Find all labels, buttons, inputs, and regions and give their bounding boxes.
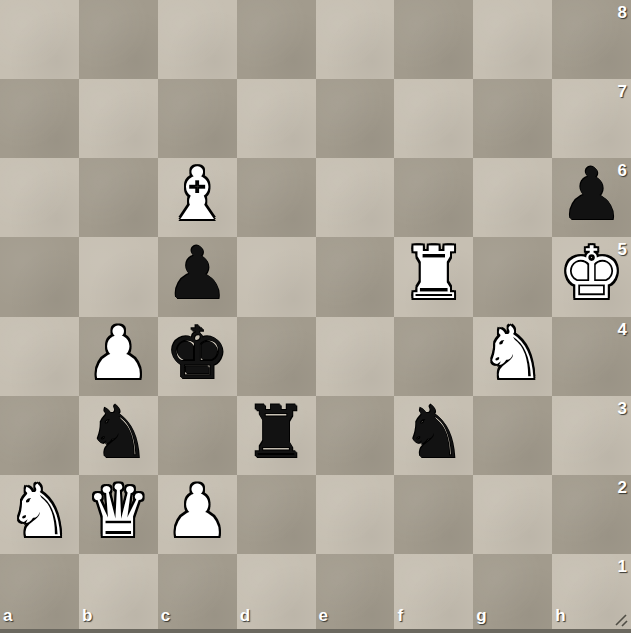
square-b6[interactable]	[79, 158, 158, 237]
square-a3[interactable]	[0, 396, 79, 475]
white-knight-g4[interactable]: ♞	[480, 314, 545, 393]
square-g5[interactable]	[473, 237, 552, 316]
square-f3[interactable]: ♞	[394, 396, 473, 475]
square-f5[interactable]: ♜	[394, 237, 473, 316]
square-g4[interactable]: ♞	[473, 317, 552, 396]
square-h6[interactable]: ♟6	[552, 158, 631, 237]
square-f6[interactable]	[394, 158, 473, 237]
square-f4[interactable]	[394, 317, 473, 396]
square-g1[interactable]: g	[473, 554, 552, 633]
square-a4[interactable]	[0, 317, 79, 396]
square-d4[interactable]	[237, 317, 316, 396]
square-b2[interactable]: ♛	[79, 475, 158, 554]
square-f2[interactable]	[394, 475, 473, 554]
black-king-c4[interactable]: ♚	[165, 314, 230, 393]
rank-label-8: 8	[618, 3, 627, 23]
rank-label-7: 7	[618, 82, 627, 102]
square-c2[interactable]: ♟	[158, 475, 237, 554]
rank-label-2: 2	[618, 478, 627, 498]
square-a8[interactable]	[0, 0, 79, 79]
file-label-e: e	[319, 606, 328, 626]
square-g6[interactable]	[473, 158, 552, 237]
square-a5[interactable]	[0, 237, 79, 316]
file-label-d: d	[240, 606, 250, 626]
square-e3[interactable]	[316, 396, 395, 475]
chess-board: 87♝♟6♟♜♚5♟♚♞4♞♜♞3♞♛♟2abcdefgh1	[0, 0, 631, 633]
white-rook-f5[interactable]: ♜	[402, 234, 467, 313]
square-c6[interactable]: ♝	[158, 158, 237, 237]
square-h8[interactable]: 8	[552, 0, 631, 79]
chess-app: 87♝♟6♟♜♚5♟♚♞4♞♜♞3♞♛♟2abcdefgh1	[0, 0, 631, 633]
file-label-b: b	[82, 606, 92, 626]
square-d1[interactable]: d	[237, 554, 316, 633]
square-a6[interactable]	[0, 158, 79, 237]
square-d8[interactable]	[237, 0, 316, 79]
square-a1[interactable]: a	[0, 554, 79, 633]
white-pawn-b4[interactable]: ♟	[86, 314, 151, 393]
square-d2[interactable]	[237, 475, 316, 554]
file-label-g: g	[476, 606, 486, 626]
white-knight-a2[interactable]: ♞	[7, 472, 72, 551]
square-e7[interactable]	[316, 79, 395, 158]
square-c1[interactable]: c	[158, 554, 237, 633]
black-pawn-h6[interactable]: ♟	[559, 155, 624, 234]
square-f1[interactable]: f	[394, 554, 473, 633]
square-e5[interactable]	[316, 237, 395, 316]
square-b8[interactable]	[79, 0, 158, 79]
square-a2[interactable]: ♞	[0, 475, 79, 554]
black-pawn-c5[interactable]: ♟	[165, 234, 230, 313]
square-c8[interactable]	[158, 0, 237, 79]
square-h3[interactable]: 3	[552, 396, 631, 475]
square-d5[interactable]	[237, 237, 316, 316]
bottom-bar	[0, 629, 631, 633]
square-h5[interactable]: ♚5	[552, 237, 631, 316]
white-pawn-c2[interactable]: ♟	[165, 472, 230, 551]
square-h7[interactable]: 7	[552, 79, 631, 158]
square-e1[interactable]: e	[316, 554, 395, 633]
file-label-a: a	[3, 606, 12, 626]
square-d7[interactable]	[237, 79, 316, 158]
square-d3[interactable]: ♜	[237, 396, 316, 475]
square-f7[interactable]	[394, 79, 473, 158]
black-rook-d3[interactable]: ♜	[244, 393, 309, 472]
black-knight-f3[interactable]: ♞	[402, 393, 467, 472]
rank-label-1: 1	[618, 557, 627, 577]
square-c3[interactable]	[158, 396, 237, 475]
square-g2[interactable]	[473, 475, 552, 554]
rank-label-4: 4	[618, 320, 627, 340]
square-e6[interactable]	[316, 158, 395, 237]
square-b3[interactable]: ♞	[79, 396, 158, 475]
square-b4[interactable]: ♟	[79, 317, 158, 396]
square-d6[interactable]	[237, 158, 316, 237]
square-g7[interactable]	[473, 79, 552, 158]
white-king-h5[interactable]: ♚	[559, 234, 624, 313]
white-bishop-c6[interactable]: ♝	[165, 155, 230, 234]
square-c7[interactable]	[158, 79, 237, 158]
square-g3[interactable]	[473, 396, 552, 475]
square-e4[interactable]	[316, 317, 395, 396]
white-queen-b2[interactable]: ♛	[86, 472, 151, 551]
square-f8[interactable]	[394, 0, 473, 79]
rank-label-3: 3	[618, 399, 627, 419]
resize-handle-icon[interactable]	[613, 612, 629, 628]
square-h2[interactable]: 2	[552, 475, 631, 554]
square-b1[interactable]: b	[79, 554, 158, 633]
file-label-h: h	[555, 606, 565, 626]
square-c5[interactable]: ♟	[158, 237, 237, 316]
square-h4[interactable]: 4	[552, 317, 631, 396]
square-e8[interactable]	[316, 0, 395, 79]
black-knight-b3[interactable]: ♞	[86, 393, 151, 472]
square-b5[interactable]	[79, 237, 158, 316]
square-g8[interactable]	[473, 0, 552, 79]
file-label-c: c	[161, 606, 170, 626]
square-a7[interactable]	[0, 79, 79, 158]
square-b7[interactable]	[79, 79, 158, 158]
square-c4[interactable]: ♚	[158, 317, 237, 396]
file-label-f: f	[397, 606, 403, 626]
square-e2[interactable]	[316, 475, 395, 554]
